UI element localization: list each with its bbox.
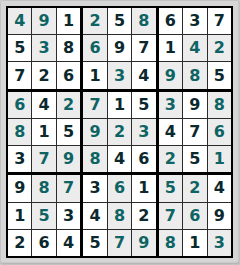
sudoku-cell-r3c1[interactable]: 7: [8, 62, 31, 88]
sudoku-cell-r7c1[interactable]: 9: [8, 175, 31, 201]
sudoku-cell-r8c6[interactable]: 2: [132, 203, 155, 229]
sudoku-cell-r2c6[interactable]: 7: [132, 35, 155, 61]
sudoku-cell-r5c7[interactable]: 4: [159, 119, 182, 145]
sudoku-cell-r2c2[interactable]: 3: [32, 35, 55, 61]
sudoku-cell-r7c9[interactable]: 4: [208, 175, 231, 201]
sudoku-cell-r5c9[interactable]: 6: [208, 119, 231, 145]
sudoku-cell-r2c4[interactable]: 6: [83, 35, 106, 61]
sudoku-box-7: 987153264: [8, 175, 80, 256]
sudoku-cell-r5c1[interactable]: 8: [8, 119, 31, 145]
sudoku-cell-r6c5[interactable]: 4: [108, 146, 131, 172]
sudoku-cell-r9c7[interactable]: 8: [159, 230, 182, 256]
sudoku-cell-r4c1[interactable]: 6: [8, 92, 31, 118]
sudoku-box-1: 491538726: [8, 8, 80, 89]
sudoku-cell-r3c8[interactable]: 8: [183, 62, 206, 88]
sudoku-cell-r8c5[interactable]: 8: [108, 203, 131, 229]
sudoku-cell-r9c8[interactable]: 1: [183, 230, 206, 256]
sudoku-board: 4915387262586971346371429856428153797159…: [6, 6, 233, 258]
sudoku-cell-r4c7[interactable]: 3: [159, 92, 182, 118]
sudoku-cell-r2c8[interactable]: 4: [183, 35, 206, 61]
sudoku-cell-r4c9[interactable]: 8: [208, 92, 231, 118]
sudoku-cell-r8c8[interactable]: 6: [183, 203, 206, 229]
sudoku-cell-r2c1[interactable]: 5: [8, 35, 31, 61]
sudoku-cell-r8c4[interactable]: 4: [83, 203, 106, 229]
sudoku-cell-r9c9[interactable]: 3: [208, 230, 231, 256]
sudoku-cell-r8c3[interactable]: 3: [57, 203, 80, 229]
sudoku-cell-r5c2[interactable]: 1: [32, 119, 55, 145]
sudoku-cell-r6c7[interactable]: 2: [159, 146, 182, 172]
sudoku-box-3: 637142985: [159, 8, 231, 89]
sudoku-cell-r1c6[interactable]: 8: [132, 8, 155, 34]
sudoku-cell-r6c9[interactable]: 1: [208, 146, 231, 172]
sudoku-cell-r5c3[interactable]: 5: [57, 119, 80, 145]
sudoku-cell-r7c5[interactable]: 6: [108, 175, 131, 201]
sudoku-cell-r9c3[interactable]: 4: [57, 230, 80, 256]
sudoku-cell-r7c3[interactable]: 7: [57, 175, 80, 201]
sudoku-box-6: 398476251: [159, 92, 231, 173]
sudoku-cell-r7c2[interactable]: 8: [32, 175, 55, 201]
sudoku-cell-r1c7[interactable]: 6: [159, 8, 182, 34]
sudoku-cell-r8c7[interactable]: 7: [159, 203, 182, 229]
sudoku-cell-r5c8[interactable]: 7: [183, 119, 206, 145]
sudoku-cell-r4c6[interactable]: 5: [132, 92, 155, 118]
sudoku-cell-r3c6[interactable]: 4: [132, 62, 155, 88]
sudoku-window: 4915387262586971346371429856428153797159…: [0, 0, 240, 265]
sudoku-cell-r1c2[interactable]: 9: [32, 8, 55, 34]
sudoku-cell-r8c9[interactable]: 9: [208, 203, 231, 229]
sudoku-cell-r7c4[interactable]: 3: [83, 175, 106, 201]
sudoku-box-4: 642815379: [8, 92, 80, 173]
sudoku-cell-r6c6[interactable]: 6: [132, 146, 155, 172]
sudoku-cell-r3c2[interactable]: 2: [32, 62, 55, 88]
sudoku-cell-r2c9[interactable]: 2: [208, 35, 231, 61]
sudoku-cell-r6c3[interactable]: 9: [57, 146, 80, 172]
sudoku-cell-r6c8[interactable]: 5: [183, 146, 206, 172]
sudoku-cell-r7c7[interactable]: 5: [159, 175, 182, 201]
sudoku-cell-r9c1[interactable]: 2: [8, 230, 31, 256]
sudoku-cell-r2c3[interactable]: 8: [57, 35, 80, 61]
sudoku-cell-r1c3[interactable]: 1: [57, 8, 80, 34]
sudoku-cell-r6c2[interactable]: 7: [32, 146, 55, 172]
sudoku-cell-r7c6[interactable]: 1: [132, 175, 155, 201]
sudoku-cell-r6c1[interactable]: 3: [8, 146, 31, 172]
sudoku-box-5: 715923846: [83, 92, 155, 173]
sudoku-cell-r4c2[interactable]: 4: [32, 92, 55, 118]
sudoku-cell-r3c9[interactable]: 5: [208, 62, 231, 88]
sudoku-cell-r2c5[interactable]: 9: [108, 35, 131, 61]
sudoku-cell-r9c4[interactable]: 5: [83, 230, 106, 256]
sudoku-box-8: 361482579: [83, 175, 155, 256]
sudoku-cell-r3c7[interactable]: 9: [159, 62, 182, 88]
sudoku-cell-r5c4[interactable]: 9: [83, 119, 106, 145]
sudoku-cell-r5c6[interactable]: 3: [132, 119, 155, 145]
sudoku-cell-r6c4[interactable]: 8: [83, 146, 106, 172]
sudoku-cell-r4c4[interactable]: 7: [83, 92, 106, 118]
sudoku-cell-r1c1[interactable]: 4: [8, 8, 31, 34]
sudoku-box-9: 524769813: [159, 175, 231, 256]
sudoku-cell-r4c3[interactable]: 2: [57, 92, 80, 118]
sudoku-cell-r1c8[interactable]: 3: [183, 8, 206, 34]
sudoku-cell-r5c5[interactable]: 2: [108, 119, 131, 145]
sudoku-cell-r1c4[interactable]: 2: [83, 8, 106, 34]
sudoku-cell-r9c5[interactable]: 7: [108, 230, 131, 256]
sudoku-cell-r9c6[interactable]: 9: [132, 230, 155, 256]
sudoku-cell-r4c5[interactable]: 1: [108, 92, 131, 118]
sudoku-cell-r3c4[interactable]: 1: [83, 62, 106, 88]
sudoku-cell-r8c2[interactable]: 5: [32, 203, 55, 229]
sudoku-cell-r2c7[interactable]: 1: [159, 35, 182, 61]
sudoku-cell-r9c2[interactable]: 6: [32, 230, 55, 256]
sudoku-cell-r7c8[interactable]: 2: [183, 175, 206, 201]
sudoku-box-2: 258697134: [83, 8, 155, 89]
sudoku-cell-r3c5[interactable]: 3: [108, 62, 131, 88]
sudoku-cell-r1c5[interactable]: 5: [108, 8, 131, 34]
sudoku-cell-r4c8[interactable]: 9: [183, 92, 206, 118]
sudoku-cell-r8c1[interactable]: 1: [8, 203, 31, 229]
sudoku-cell-r1c9[interactable]: 7: [208, 8, 231, 34]
sudoku-cell-r3c3[interactable]: 6: [57, 62, 80, 88]
